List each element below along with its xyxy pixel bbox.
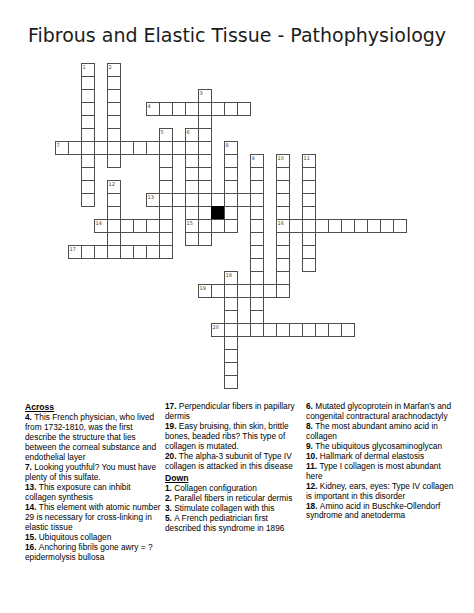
grid-cell[interactable] — [263, 323, 277, 337]
clue-number: 14. — [25, 502, 39, 512]
grid-cell[interactable] — [146, 219, 160, 233]
grid-cell[interactable] — [276, 258, 290, 272]
clue-number: 11. — [306, 461, 319, 471]
grid-cell[interactable] — [146, 141, 160, 155]
grid-cell[interactable] — [302, 206, 316, 220]
grid-cell[interactable] — [276, 245, 290, 259]
grid-cell[interactable] — [198, 115, 212, 129]
grid-cell[interactable] — [120, 219, 134, 233]
grid-cell[interactable] — [185, 219, 199, 233]
clue-number: 10. — [306, 451, 320, 461]
grid-cell[interactable] — [302, 258, 316, 272]
clue-number: 18. — [306, 501, 320, 511]
clue-item: 17. Perpendicular fibers in papillary de… — [165, 402, 302, 422]
grid-cell[interactable] — [250, 245, 264, 259]
grid-cell[interactable] — [159, 193, 173, 207]
grid-cell[interactable] — [172, 141, 186, 155]
grid-cell[interactable] — [224, 284, 238, 298]
grid-cell[interactable] — [276, 193, 290, 207]
clue-number: 7. — [25, 462, 34, 472]
grid-cell[interactable] — [328, 323, 342, 337]
grid-cell[interactable] — [224, 310, 238, 324]
grid-cell[interactable] — [94, 141, 108, 155]
clue-number: 4. — [25, 412, 34, 422]
grid-cell[interactable] — [146, 245, 160, 259]
clue-number: 2. — [165, 493, 174, 503]
grid-cell[interactable] — [198, 141, 212, 155]
grid-cell[interactable] — [107, 206, 121, 220]
grid-cell[interactable] — [198, 193, 212, 207]
clue-item: 7. Looking youthful? You must have plent… — [25, 463, 161, 483]
clue-item: 5. A French pediatrician first described… — [165, 514, 302, 534]
grid-cell[interactable] — [107, 193, 121, 207]
grid-cell[interactable] — [276, 154, 290, 168]
clue-number: 19. — [165, 421, 179, 431]
grid-cell[interactable] — [107, 115, 121, 129]
grid-cell[interactable] — [224, 141, 238, 155]
grid-cell[interactable] — [81, 128, 95, 142]
grid-cell[interactable] — [289, 323, 303, 337]
across-heading: Across — [25, 402, 161, 412]
clue-number: 5. — [165, 513, 174, 523]
clue-item: 19. Easy bruising, thin skin, brittle bo… — [165, 422, 302, 452]
clue-item: 8. The most abundant amino acid in colla… — [306, 422, 456, 442]
grid-cell[interactable] — [146, 102, 160, 116]
grid-cell[interactable] — [250, 284, 264, 298]
grid-cell[interactable] — [55, 141, 69, 155]
grid-cell[interactable] — [289, 219, 303, 233]
grid-cell[interactable] — [185, 232, 199, 246]
grid-cell[interactable] — [133, 141, 147, 155]
grid-cell[interactable] — [250, 310, 264, 324]
grid-cell[interactable] — [341, 323, 355, 337]
grid-cell[interactable] — [107, 128, 121, 142]
clue-item: 11. Type I collagen is most abundant her… — [306, 462, 456, 482]
clues-column-1: Across4. This French physician, who live… — [25, 402, 161, 563]
clue-number: 1. — [165, 483, 174, 493]
grid-cell[interactable] — [302, 245, 316, 259]
page-title: Fibrous and Elastic Tissue - Pathophysio… — [0, 24, 474, 46]
grid-cell[interactable] — [94, 245, 108, 259]
grid-cell[interactable] — [159, 167, 173, 181]
grid-cell[interactable] — [224, 323, 238, 337]
grid-cell[interactable] — [81, 102, 95, 116]
grid-cell[interactable] — [159, 206, 173, 220]
clue-item: 20. The alpha-3 subunit of Type IV colla… — [165, 452, 302, 472]
grid-cell[interactable] — [276, 180, 290, 194]
grid-cell[interactable] — [159, 219, 173, 233]
grid-cell[interactable] — [81, 141, 95, 155]
grid-cell[interactable] — [250, 271, 264, 285]
grid-cell[interactable] — [250, 154, 264, 168]
grid-cell[interactable] — [237, 284, 251, 298]
grid-cell[interactable] — [81, 89, 95, 103]
grid-cell[interactable] — [198, 102, 212, 116]
grid-cell[interactable] — [276, 206, 290, 220]
grid-cell[interactable] — [250, 193, 264, 207]
grid-cell[interactable] — [198, 89, 212, 103]
clue-number: 16. — [25, 542, 39, 552]
grid-cell[interactable] — [81, 63, 95, 77]
grid-cell[interactable] — [250, 232, 264, 246]
clues-column-2: 17. Perpendicular fibers in papillary de… — [165, 402, 302, 534]
grid-cell[interactable] — [250, 167, 264, 181]
grid-cell[interactable] — [250, 258, 264, 272]
grid-cell[interactable] — [120, 245, 134, 259]
grid-cell[interactable] — [341, 219, 355, 233]
grid-cell[interactable] — [107, 232, 121, 246]
grid-cell[interactable] — [224, 362, 238, 376]
grid-cell[interactable] — [211, 323, 225, 337]
grid-cell[interactable] — [302, 154, 316, 168]
grid-cell[interactable] — [81, 115, 95, 129]
grid-cell[interactable] — [107, 219, 121, 233]
grid-cell[interactable] — [237, 323, 251, 337]
grid-cell[interactable] — [380, 219, 394, 233]
black-cell — [211, 206, 225, 220]
grid-cell[interactable] — [250, 180, 264, 194]
grid-cell[interactable] — [224, 206, 238, 220]
grid-cell[interactable] — [224, 167, 238, 181]
grid-cell[interactable] — [211, 193, 225, 207]
grid-cell[interactable] — [146, 193, 160, 207]
grid-cell[interactable] — [315, 219, 329, 233]
grid-cell[interactable] — [172, 193, 186, 207]
grid-cell[interactable] — [81, 180, 95, 194]
grid-cell[interactable] — [250, 219, 264, 233]
grid-cell[interactable] — [185, 141, 199, 155]
grid-cell[interactable] — [302, 219, 316, 233]
crossword-grid: 1234567891011121314151617181920 — [55, 63, 407, 389]
clue-number: 3. — [165, 503, 174, 513]
grid-cell[interactable] — [250, 323, 264, 337]
grid-cell[interactable] — [224, 349, 238, 363]
grid-cell[interactable] — [224, 375, 238, 389]
grid-cell[interactable] — [107, 63, 121, 77]
clue-item: 13. This exposure can inhibit collagen s… — [25, 483, 161, 503]
grid-cell[interactable] — [185, 167, 199, 181]
grid-cell[interactable] — [159, 245, 173, 259]
grid-cell[interactable] — [224, 180, 238, 194]
grid-cell[interactable] — [211, 102, 225, 116]
grid-cell[interactable] — [250, 206, 264, 220]
clue-number: 8. — [306, 421, 315, 431]
grid-cell[interactable] — [198, 128, 212, 142]
grid-cell[interactable] — [328, 219, 342, 233]
grid-cell[interactable] — [159, 128, 173, 142]
grid-cell[interactable] — [276, 232, 290, 246]
grid-cell[interactable] — [68, 245, 82, 259]
clue-item: 4. This French physician, who lived from… — [25, 413, 161, 463]
grid-cell[interactable] — [185, 102, 199, 116]
grid-cell[interactable] — [250, 297, 264, 311]
grid-cell[interactable] — [276, 284, 290, 298]
grid-cell[interactable] — [237, 102, 251, 116]
grid-cell[interactable] — [133, 219, 147, 233]
grid-cell[interactable] — [159, 232, 173, 246]
grid-cell[interactable] — [68, 141, 82, 155]
clue-item: 6. Mutated glycoprotein in Marfan's and … — [306, 402, 456, 422]
grid-cell[interactable] — [302, 323, 316, 337]
grid-cell[interactable] — [185, 154, 199, 168]
grid-cell[interactable] — [107, 76, 121, 90]
grid-cell[interactable] — [185, 180, 199, 194]
grid-cell[interactable] — [224, 271, 238, 285]
grid-cell[interactable] — [159, 154, 173, 168]
clue-item: 18. Amino acid in Buschke-Ollendorf synd… — [306, 502, 456, 522]
clue-item: 16. Anchoring fibrils gone awry = ? epid… — [25, 543, 161, 563]
grid-cell[interactable] — [107, 245, 121, 259]
grid-cell[interactable] — [159, 141, 173, 155]
grid-cell[interactable] — [302, 180, 316, 194]
grid-cell[interactable] — [276, 167, 290, 181]
grid-cell[interactable] — [211, 219, 225, 233]
grid-cell[interactable] — [107, 154, 121, 168]
grid-cell[interactable] — [224, 193, 238, 207]
grid-cell[interactable] — [198, 206, 212, 220]
grid-cell[interactable] — [185, 206, 199, 220]
grid-cell[interactable] — [198, 167, 212, 181]
clue-item: 12. Kidney, ears, eyes: Type IV collagen… — [306, 482, 456, 502]
grid-cell[interactable] — [224, 154, 238, 168]
clue-number: 12. — [306, 481, 320, 491]
grid-cell[interactable] — [224, 336, 238, 350]
grid-cell[interactable] — [276, 271, 290, 285]
grid-cell[interactable] — [107, 141, 121, 155]
grid-cell[interactable] — [159, 102, 173, 116]
clues-column-3: 6. Mutated glycoprotein in Marfan's and … — [306, 402, 456, 521]
grid-cell[interactable] — [276, 219, 290, 233]
grid-cell[interactable] — [185, 128, 199, 142]
clue-number: 17. — [165, 401, 179, 411]
grid-cell[interactable] — [81, 154, 95, 168]
grid-cell[interactable] — [159, 180, 173, 194]
grid-cell[interactable] — [224, 297, 238, 311]
grid-cell[interactable] — [302, 193, 316, 207]
grid-cell[interactable] — [198, 154, 212, 168]
clue-number: 6. — [306, 401, 315, 411]
grid-cell[interactable] — [198, 219, 212, 233]
grid-cell[interactable] — [81, 167, 95, 181]
clue-item: 14. This element with atomic number 29 i… — [25, 503, 161, 533]
clue-number: 20. — [165, 451, 179, 461]
grid-cell[interactable] — [81, 193, 95, 207]
grid-cell[interactable] — [224, 102, 238, 116]
grid-cell[interactable] — [198, 232, 212, 246]
grid-cell[interactable] — [302, 232, 316, 246]
down-heading: Down — [165, 473, 302, 483]
clue-number: 9. — [306, 441, 315, 451]
grid-cell[interactable] — [276, 323, 290, 337]
grid-cell[interactable] — [393, 219, 407, 233]
grid-cell[interactable] — [198, 180, 212, 194]
grid-cell[interactable] — [211, 284, 225, 298]
grid-cell[interactable] — [198, 284, 212, 298]
grid-cell[interactable] — [263, 284, 277, 298]
grid-cell[interactable] — [302, 167, 316, 181]
grid-cell[interactable] — [107, 89, 121, 103]
grid-cell[interactable] — [107, 180, 121, 194]
grid-cell[interactable] — [367, 219, 381, 233]
grid-cell[interactable] — [94, 219, 108, 233]
grid-cell[interactable] — [81, 245, 95, 259]
grid-cell[interactable] — [81, 76, 95, 90]
grid-cell[interactable] — [185, 193, 199, 207]
grid-cell[interactable] — [354, 219, 368, 233]
grid-cell[interactable] — [315, 323, 329, 337]
clue-number: 13. — [25, 482, 39, 492]
grid-cell[interactable] — [120, 141, 134, 155]
grid-cell[interactable] — [237, 193, 251, 207]
clue-number: 15. — [25, 532, 39, 542]
grid-cell[interactable] — [224, 219, 238, 233]
grid-cell[interactable] — [107, 102, 121, 116]
grid-cell[interactable] — [172, 102, 186, 116]
grid-cell[interactable] — [133, 245, 147, 259]
